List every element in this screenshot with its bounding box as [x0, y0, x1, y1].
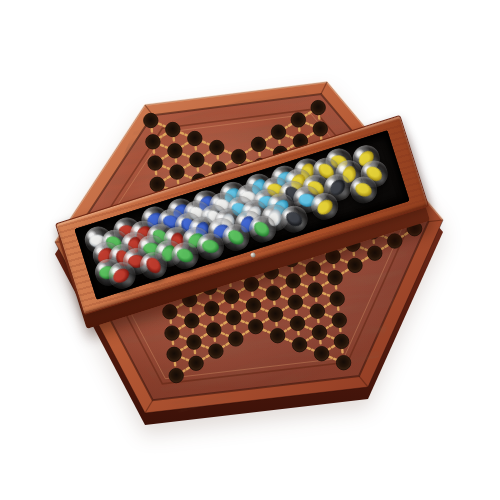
- board-hole[interactable]: [330, 292, 344, 306]
- board-hole[interactable]: [368, 246, 382, 260]
- product-photo: [0, 0, 500, 500]
- board-hole[interactable]: [246, 298, 260, 312]
- board-hole[interactable]: [388, 234, 402, 248]
- board-hole[interactable]: [232, 149, 246, 163]
- board-hole[interactable]: [334, 334, 348, 348]
- board-hole[interactable]: [166, 122, 180, 136]
- board-hole[interactable]: [314, 347, 328, 361]
- board-hole[interactable]: [168, 144, 182, 158]
- board-hole[interactable]: [308, 283, 322, 297]
- board-hole[interactable]: [312, 325, 326, 339]
- board-hole[interactable]: [306, 262, 320, 276]
- board-hole[interactable]: [187, 335, 201, 349]
- board-hole[interactable]: [332, 313, 346, 327]
- board-hole[interactable]: [290, 316, 304, 330]
- board-hole[interactable]: [144, 113, 158, 127]
- board-hole[interactable]: [249, 319, 263, 333]
- board-hole[interactable]: [207, 323, 221, 337]
- board-hole[interactable]: [146, 135, 160, 149]
- marble-swirl: [111, 266, 132, 286]
- board-hole[interactable]: [205, 301, 219, 315]
- board-hole[interactable]: [328, 271, 342, 285]
- board-hole[interactable]: [189, 356, 203, 370]
- board-hole[interactable]: [292, 338, 306, 352]
- board-hole[interactable]: [310, 304, 324, 318]
- board-hole[interactable]: [148, 156, 162, 170]
- board-hole[interactable]: [336, 356, 350, 370]
- board-hole[interactable]: [288, 295, 302, 309]
- board-hole[interactable]: [271, 125, 285, 139]
- marble-swirl: [175, 247, 196, 265]
- board-hole[interactable]: [165, 326, 179, 340]
- board-hole[interactable]: [291, 113, 305, 127]
- board-hole[interactable]: [170, 165, 184, 179]
- marble-swirl: [201, 238, 220, 254]
- board-hole[interactable]: [286, 274, 300, 288]
- board-hole[interactable]: [266, 286, 280, 300]
- board-hole[interactable]: [348, 258, 362, 272]
- marble-swirl: [314, 196, 335, 217]
- board-hole[interactable]: [169, 368, 183, 382]
- board-hole[interactable]: [251, 137, 265, 151]
- board-hole[interactable]: [311, 100, 325, 114]
- board-hole[interactable]: [163, 305, 177, 319]
- board-hole[interactable]: [167, 347, 181, 361]
- marble-swirl: [353, 180, 374, 198]
- board-hole[interactable]: [224, 289, 238, 303]
- board-hole[interactable]: [268, 307, 282, 321]
- board-hole[interactable]: [229, 332, 243, 346]
- board-hole[interactable]: [270, 329, 284, 343]
- marble-swirl: [143, 255, 164, 276]
- board-hole[interactable]: [313, 122, 327, 136]
- marble-swirl: [225, 227, 246, 248]
- board-hole[interactable]: [210, 140, 224, 154]
- rim-pin: [250, 252, 256, 258]
- board-hole[interactable]: [227, 310, 241, 324]
- marble-swirl: [251, 219, 272, 240]
- board-hole[interactable]: [188, 131, 202, 145]
- board-hole[interactable]: [209, 344, 223, 358]
- board-hole[interactable]: [185, 314, 199, 328]
- board-hole[interactable]: [244, 277, 258, 291]
- marble-swirl: [283, 209, 304, 229]
- board-hole[interactable]: [190, 153, 204, 167]
